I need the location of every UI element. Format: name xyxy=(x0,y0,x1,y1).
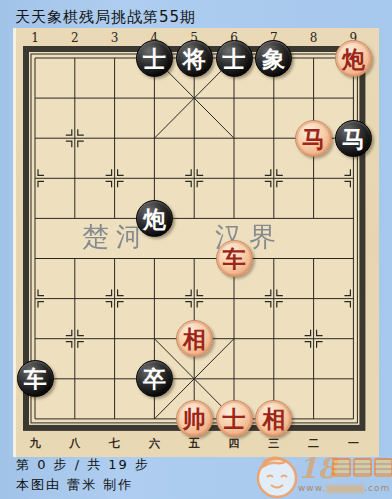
piece-black-advisor[interactable]: 士 xyxy=(216,40,253,77)
col-label-bottom: 八 xyxy=(64,436,86,451)
piece-red-cannon[interactable]: 炮 xyxy=(335,40,372,77)
piece-black-elephant[interactable]: 象 xyxy=(255,40,292,77)
page-title: 天天象棋残局挑战第55期 xyxy=(15,8,196,27)
piece-black-horse[interactable]: 马 xyxy=(335,120,372,157)
mascot-face-icon xyxy=(254,452,300,499)
piece-black-general[interactable]: 将 xyxy=(176,40,213,77)
col-label-bottom: 二 xyxy=(303,436,325,451)
col-label-top: 3 xyxy=(104,31,126,45)
col-label-top: 2 xyxy=(64,31,86,45)
piece-red-elephant[interactable]: 相 xyxy=(176,320,213,357)
col-label-top: 1 xyxy=(24,31,46,45)
col-label-bottom: 九 xyxy=(24,436,46,451)
piece-red-advisor[interactable]: 士 xyxy=(216,400,253,437)
app-window: 天天象棋残局挑战第55期 123456789 九八七六五四三二一 楚河 汉界 士… xyxy=(0,0,392,499)
col-label-bottom: 三 xyxy=(263,436,285,451)
watermark-glyph-block xyxy=(374,458,392,477)
watermark-url: www..com xyxy=(298,483,390,493)
piece-black-pawn[interactable]: 卒 xyxy=(136,360,173,397)
col-label-bottom: 六 xyxy=(143,436,165,451)
col-label-bottom: 一 xyxy=(342,436,364,451)
site-watermark: 18 www..com xyxy=(254,452,392,499)
watermark-glyph-block xyxy=(332,458,351,477)
step-counter: 第 0 步 / 共 19 步 xyxy=(16,456,150,474)
piece-black-advisor[interactable]: 士 xyxy=(136,40,173,77)
piece-black-cannon[interactable]: 炮 xyxy=(136,200,173,237)
piece-red-horse[interactable]: 马 xyxy=(295,120,332,157)
piece-black-chariot[interactable]: 车 xyxy=(17,360,54,397)
col-label-top: 8 xyxy=(303,31,325,45)
piece-red-general[interactable]: 帅 xyxy=(176,400,213,437)
col-label-bottom: 五 xyxy=(183,436,205,451)
watermark-glyph-block xyxy=(353,458,372,477)
credit-line: 本图由 蕾米 制作 xyxy=(16,476,133,494)
col-label-bottom: 四 xyxy=(223,436,245,451)
col-label-bottom: 七 xyxy=(104,436,126,451)
piece-red-chariot[interactable]: 车 xyxy=(216,240,253,277)
board-panel xyxy=(13,28,379,457)
